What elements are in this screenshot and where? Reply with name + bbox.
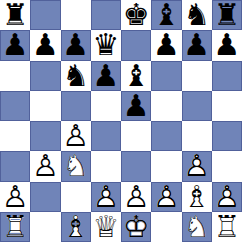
piece-glyph: ♟	[30, 30, 60, 60]
piece-black-pawn[interactable]: ♟	[0, 30, 30, 60]
square-b8[interactable]	[30, 0, 60, 30]
piece-glyph: ♟	[0, 30, 30, 60]
square-g8[interactable]: ♞	[182, 0, 212, 30]
piece-glyph: ♟	[212, 30, 242, 60]
piece-outline-glyph: ♗	[182, 182, 212, 212]
square-h6[interactable]	[212, 61, 242, 91]
square-h3[interactable]	[212, 151, 242, 181]
piece-glyph: ♟	[182, 30, 212, 60]
square-d8[interactable]	[91, 0, 121, 30]
piece-outline-glyph: ♘	[61, 151, 91, 181]
piece-outline-glyph: ♙	[182, 151, 212, 181]
square-a5[interactable]	[0, 91, 30, 121]
square-b3[interactable]: ♟♙	[30, 151, 60, 181]
square-a4[interactable]	[0, 121, 30, 151]
piece-white-rook[interactable]: ♜♖	[212, 212, 242, 242]
piece-black-knight[interactable]: ♞	[182, 0, 212, 30]
square-h1[interactable]: ♜♖	[212, 212, 242, 242]
square-c3[interactable]: ♞♘	[61, 151, 91, 181]
square-g6[interactable]	[182, 61, 212, 91]
square-a8[interactable]: ♜	[0, 0, 30, 30]
piece-glyph: ♞	[182, 0, 212, 30]
square-h2[interactable]: ♟♙	[212, 182, 242, 212]
square-d3[interactable]	[91, 151, 121, 181]
square-d7[interactable]: ♛	[91, 30, 121, 60]
square-b6[interactable]	[30, 61, 60, 91]
piece-glyph: ♟	[121, 91, 151, 121]
square-e7[interactable]	[121, 30, 151, 60]
square-c7[interactable]: ♟	[61, 30, 91, 60]
square-a2[interactable]: ♟♙	[0, 182, 30, 212]
piece-outline-glyph: ♙	[0, 182, 30, 212]
square-g5[interactable]	[182, 91, 212, 121]
piece-white-pawn[interactable]: ♟♙	[61, 121, 91, 151]
piece-outline-glyph: ♙	[121, 182, 151, 212]
piece-black-pawn[interactable]: ♟	[212, 30, 242, 60]
square-h4[interactable]	[212, 121, 242, 151]
piece-glyph: ♞	[61, 61, 91, 91]
piece-white-pawn[interactable]: ♟♙	[182, 151, 212, 181]
piece-outline-glyph: ♙	[212, 182, 242, 212]
square-f1[interactable]	[151, 212, 181, 242]
square-b1[interactable]	[30, 212, 60, 242]
square-b2[interactable]	[30, 182, 60, 212]
piece-white-knight[interactable]: ♞♘	[61, 151, 91, 181]
square-a3[interactable]	[0, 151, 30, 181]
square-f5[interactable]	[151, 91, 181, 121]
piece-black-pawn[interactable]: ♟	[182, 30, 212, 60]
square-e6[interactable]: ♝	[121, 61, 151, 91]
square-c2[interactable]	[61, 182, 91, 212]
piece-glyph: ♟	[61, 30, 91, 60]
square-d2[interactable]: ♟♙	[91, 182, 121, 212]
square-g3[interactable]: ♟♙	[182, 151, 212, 181]
square-f8[interactable]: ♝	[151, 0, 181, 30]
square-f4[interactable]	[151, 121, 181, 151]
square-c5[interactable]	[61, 91, 91, 121]
square-d4[interactable]	[91, 121, 121, 151]
square-g7[interactable]: ♟	[182, 30, 212, 60]
square-f3[interactable]	[151, 151, 181, 181]
piece-black-king[interactable]: ♚	[121, 0, 151, 30]
piece-outline-glyph: ♙	[91, 182, 121, 212]
square-f2[interactable]: ♟♙	[151, 182, 181, 212]
piece-glyph: ♛	[91, 30, 121, 60]
piece-outline-glyph: ♖	[0, 212, 30, 242]
square-d5[interactable]	[91, 91, 121, 121]
piece-black-bishop[interactable]: ♝	[151, 0, 181, 30]
piece-white-pawn[interactable]: ♟♙	[30, 151, 60, 181]
square-b4[interactable]	[30, 121, 60, 151]
square-e5[interactable]: ♟	[121, 91, 151, 121]
square-h7[interactable]: ♟	[212, 30, 242, 60]
square-h8[interactable]: ♜	[212, 0, 242, 30]
piece-glyph: ♟	[91, 61, 121, 91]
piece-glyph: ♜	[212, 0, 242, 30]
piece-outline-glyph: ♕	[91, 212, 121, 242]
square-b7[interactable]: ♟	[30, 30, 60, 60]
piece-outline-glyph: ♖	[212, 212, 242, 242]
piece-outline-glyph: ♙	[151, 182, 181, 212]
square-d1[interactable]: ♛♕	[91, 212, 121, 242]
square-e3[interactable]	[121, 151, 151, 181]
piece-glyph: ♚	[121, 0, 151, 30]
piece-black-rook[interactable]: ♜	[212, 0, 242, 30]
piece-white-pawn[interactable]: ♟♙	[91, 182, 121, 212]
square-b5[interactable]	[30, 91, 60, 121]
square-c1[interactable]: ♝♗	[61, 212, 91, 242]
square-a7[interactable]: ♟	[0, 30, 30, 60]
piece-outline-glyph: ♘	[182, 212, 212, 242]
piece-outline-glyph: ♔	[121, 212, 151, 242]
square-g2[interactable]: ♝♗	[182, 182, 212, 212]
square-a6[interactable]	[0, 61, 30, 91]
square-c6[interactable]: ♞	[61, 61, 91, 91]
piece-white-knight[interactable]: ♞♘	[182, 212, 212, 242]
piece-black-pawn[interactable]: ♟	[61, 30, 91, 60]
piece-glyph: ♝	[151, 0, 181, 30]
square-e2[interactable]: ♟♙	[121, 182, 151, 212]
piece-white-pawn[interactable]: ♟♙	[212, 182, 242, 212]
square-e1[interactable]: ♚♔	[121, 212, 151, 242]
square-g1[interactable]: ♞♘	[182, 212, 212, 242]
square-h5[interactable]	[212, 91, 242, 121]
square-a1[interactable]: ♜♖	[0, 212, 30, 242]
square-d6[interactable]: ♟	[91, 61, 121, 91]
square-e4[interactable]	[121, 121, 151, 151]
piece-outline-glyph: ♗	[61, 212, 91, 242]
piece-black-bishop[interactable]: ♝	[121, 61, 151, 91]
square-f6[interactable]	[151, 61, 181, 91]
square-f7[interactable]: ♟	[151, 30, 181, 60]
piece-black-pawn[interactable]: ♟	[30, 30, 60, 60]
piece-outline-glyph: ♙	[61, 121, 91, 151]
chess-board: ♜♚♝♞♜♟♟♟♛♟♟♟♞♟♝♟♟♙♟♙♞♘♟♙♟♙♟♙♟♙♟♙♝♗♟♙♜♖♝♗…	[0, 0, 242, 242]
square-c4[interactable]: ♟♙	[61, 121, 91, 151]
piece-white-rook[interactable]: ♜♖	[0, 212, 30, 242]
square-c8[interactable]	[61, 0, 91, 30]
piece-black-pawn[interactable]: ♟	[121, 91, 151, 121]
piece-white-queen[interactable]: ♛♕	[91, 212, 121, 242]
square-e8[interactable]: ♚	[121, 0, 151, 30]
piece-white-pawn[interactable]: ♟♙	[0, 182, 30, 212]
piece-black-rook[interactable]: ♜	[0, 0, 30, 30]
piece-white-bishop[interactable]: ♝♗	[182, 182, 212, 212]
piece-glyph: ♟	[151, 30, 181, 60]
piece-white-bishop[interactable]: ♝♗	[61, 212, 91, 242]
piece-glyph: ♝	[121, 61, 151, 91]
piece-black-pawn[interactable]: ♟	[151, 30, 181, 60]
piece-black-knight[interactable]: ♞	[61, 61, 91, 91]
piece-white-king[interactable]: ♚♔	[121, 212, 151, 242]
square-g4[interactable]	[182, 121, 212, 151]
piece-outline-glyph: ♙	[30, 151, 60, 181]
piece-black-pawn[interactable]: ♟	[91, 61, 121, 91]
piece-glyph: ♜	[0, 0, 30, 30]
piece-black-queen[interactable]: ♛	[91, 30, 121, 60]
piece-white-pawn[interactable]: ♟♙	[151, 182, 181, 212]
piece-white-pawn[interactable]: ♟♙	[121, 182, 151, 212]
